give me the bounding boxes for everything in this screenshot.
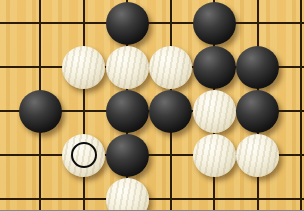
black-stone[interactable] [19, 90, 62, 133]
white-stone[interactable] [236, 134, 279, 177]
white-stone[interactable] [149, 46, 192, 89]
black-stone[interactable] [193, 2, 236, 45]
grid-line-vertical-6 [300, 0, 302, 210]
go-board[interactable] [0, 0, 304, 210]
white-stone[interactable] [193, 90, 236, 133]
black-stone[interactable] [106, 134, 149, 177]
white-stone[interactable] [62, 46, 105, 89]
black-stone[interactable] [106, 2, 149, 45]
grid-line-horizontal-4 [0, 198, 304, 200]
grid-line-horizontal-0 [0, 22, 304, 24]
go-game-screenshot [0, 0, 304, 210]
black-stone[interactable] [149, 90, 192, 133]
last-move-circle-marker [71, 142, 97, 168]
black-stone[interactable] [106, 90, 149, 133]
grid-line-vertical-1 [83, 0, 85, 210]
white-stone-marked-last-move[interactable] [62, 134, 105, 177]
white-stone[interactable] [106, 46, 149, 89]
white-stone[interactable] [106, 178, 149, 211]
black-stone[interactable] [236, 90, 279, 133]
black-stone[interactable] [236, 46, 279, 89]
white-stone[interactable] [193, 134, 236, 177]
black-stone[interactable] [193, 46, 236, 89]
